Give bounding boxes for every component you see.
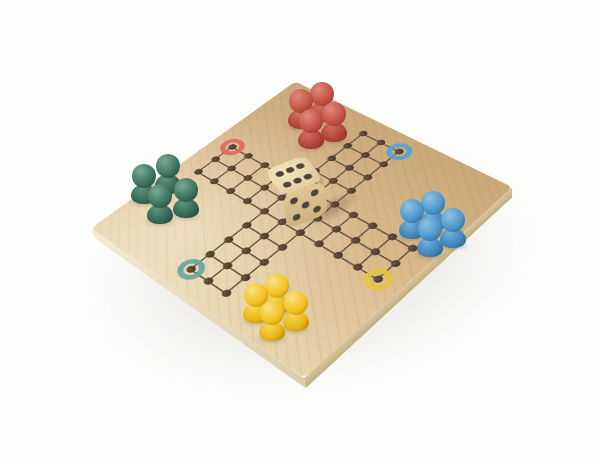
blue-pawn[interactable] <box>415 217 445 257</box>
pawn-head <box>174 178 198 202</box>
pawn-head <box>299 109 323 133</box>
scene <box>0 0 600 462</box>
green-pawn[interactable] <box>171 178 201 218</box>
pawn-head <box>418 217 442 241</box>
green-pawn[interactable] <box>145 184 175 224</box>
pawns-layer <box>0 0 600 462</box>
pawn-head <box>156 154 180 178</box>
yellow-pawn[interactable] <box>257 301 287 341</box>
red-pawn[interactable] <box>296 109 326 149</box>
pawn-head <box>284 291 308 315</box>
pawn-head <box>148 184 172 208</box>
pawn-head <box>260 301 284 325</box>
